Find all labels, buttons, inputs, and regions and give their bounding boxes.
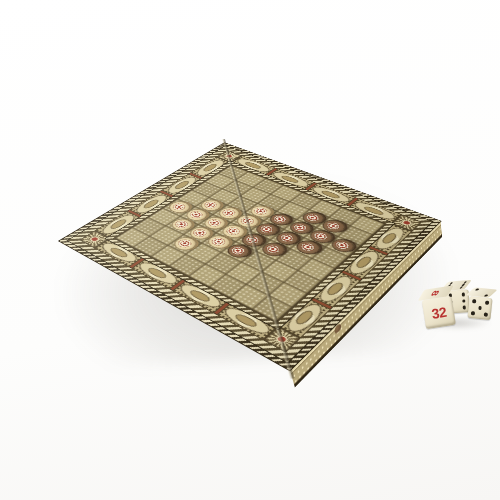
rosette-inlay-icon	[294, 239, 322, 256]
cartouche-oval-icon	[219, 304, 274, 337]
checker-dark[interactable]	[292, 238, 323, 256]
square-e6[interactable]	[270, 229, 304, 249]
square-c5[interactable]	[221, 242, 256, 263]
square-a8[interactable]	[253, 295, 292, 320]
cartouche-panel	[277, 298, 330, 338]
rosette-inlay-icon	[171, 236, 199, 252]
cartouche-oval-icon	[313, 273, 357, 305]
cube-top-value: 8	[429, 290, 442, 296]
cube-front-value: 32	[430, 303, 447, 321]
cartouche-panel	[94, 238, 145, 267]
square-g8[interactable]	[338, 226, 372, 245]
cartouche-panel	[310, 271, 360, 307]
die-five[interactable]	[467, 287, 493, 320]
pip-icon	[462, 293, 466, 297]
cartouche-oval-icon	[134, 260, 182, 288]
die-front-face	[467, 296, 492, 320]
cartouche-oval-icon	[343, 248, 384, 277]
checker-light[interactable]	[204, 233, 235, 251]
pip-icon	[460, 286, 464, 288]
rosette-inlay-icon	[205, 234, 233, 250]
square-b6[interactable]	[226, 262, 262, 284]
square-f7[interactable]	[304, 227, 338, 247]
square-d5[interactable]	[236, 231, 270, 251]
pip-icon	[462, 305, 466, 309]
square-c8[interactable]	[284, 270, 321, 293]
pip-slot	[482, 311, 489, 318]
pip-icon	[478, 306, 482, 310]
square-d8[interactable]	[298, 258, 334, 280]
cartouche-panel	[131, 258, 185, 290]
cartouche-panel	[171, 279, 228, 313]
square-b7[interactable]	[247, 272, 284, 295]
square-a5[interactable]	[189, 264, 225, 286]
clasp-knob	[334, 323, 342, 335]
cartouche-oval-icon	[175, 281, 226, 311]
square-a7[interactable]	[231, 284, 269, 308]
square-b8[interactable]	[268, 282, 306, 306]
checker-dark[interactable]	[272, 230, 303, 248]
square-e8[interactable]	[312, 247, 347, 268]
square-e7[interactable]	[290, 238, 325, 258]
square-f8[interactable]	[325, 236, 360, 256]
pip-icon	[485, 301, 489, 305]
square-a4[interactable]	[170, 254, 205, 276]
square-a6[interactable]	[209, 274, 246, 297]
doubling-cube[interactable]: 8 32	[420, 286, 456, 329]
square-c7[interactable]	[262, 260, 298, 282]
pip-icon	[484, 294, 488, 296]
checker-dark[interactable]	[238, 231, 269, 249]
rosette-inlay-icon	[239, 232, 267, 248]
rosette-inlay-icon	[224, 243, 252, 260]
pip-slot	[461, 304, 468, 311]
rosette-inlay-icon	[307, 229, 335, 245]
square-c6[interactable]	[241, 251, 276, 272]
photo-background: 8 32	[0, 0, 500, 500]
square-d6[interactable]	[256, 240, 291, 260]
cube-front-face: 32	[422, 296, 456, 329]
pip-icon	[484, 313, 488, 317]
pip-icon	[471, 311, 475, 315]
pip-icon	[472, 299, 476, 303]
checker-dark[interactable]	[327, 237, 358, 255]
square-d7[interactable]	[276, 249, 311, 270]
square-a2[interactable]	[134, 236, 168, 256]
rosette-inlay-icon	[329, 237, 357, 254]
checker-dark[interactable]	[258, 240, 289, 258]
square-b3[interactable]	[168, 235, 202, 255]
checker-dark[interactable]	[223, 242, 254, 261]
checker-dark[interactable]	[306, 228, 337, 246]
rosette-inlay-icon	[273, 230, 301, 246]
dice-area: 8 32	[414, 278, 500, 338]
square-b5[interactable]	[205, 253, 240, 274]
pip-icon	[462, 299, 466, 303]
checker-light[interactable]	[170, 235, 201, 253]
cartouche-oval-icon	[96, 240, 141, 266]
square-c4[interactable]	[202, 233, 236, 253]
cartouche-oval-icon	[281, 300, 328, 335]
cartouche-panel	[340, 246, 387, 279]
cartouche-oval-icon	[370, 225, 409, 252]
square-b4[interactable]	[186, 243, 221, 264]
rosette-inlay-icon	[259, 241, 287, 258]
cartouche-panel	[367, 224, 411, 254]
square-a3[interactable]	[151, 245, 186, 266]
sunburst-corner-icon	[262, 326, 300, 352]
